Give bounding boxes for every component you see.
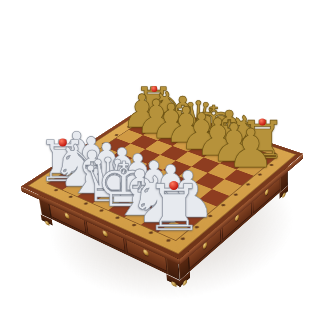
scene-rotation: [0, 0, 330, 330]
photo-canvas: ♜♞♝♛♚♝♞♜♟♟♟♟♟♟♟♟♟♟♟♟♟♟♟♟♜♞♝♛♚♝♞♜: [0, 0, 330, 330]
scene-3d: [0, 0, 330, 330]
